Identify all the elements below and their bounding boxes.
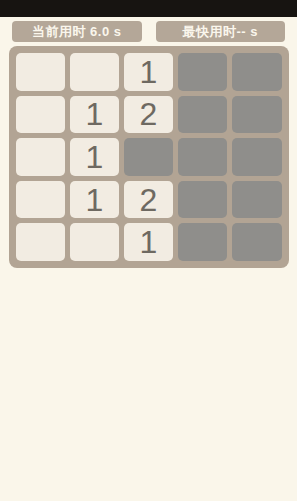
cell-r4c2: 1 xyxy=(70,181,119,219)
cell-r2c2: 1 xyxy=(70,96,119,134)
cell-r1c2 xyxy=(70,53,119,91)
cell-r1c1 xyxy=(16,53,65,91)
cell-r2c1 xyxy=(16,96,65,134)
cell-r3c2: 1 xyxy=(70,138,119,176)
cell-r1c5[interactable] xyxy=(232,53,281,91)
cell-r5c2 xyxy=(70,223,119,261)
cell-r5c3: 1 xyxy=(124,223,173,261)
cell-r2c4[interactable] xyxy=(178,96,227,134)
timer-hud: 当前用时 6.0 s 最快用时-- s xyxy=(0,21,297,42)
best-time-badge: 最快用时-- s xyxy=(156,21,286,42)
minesweeper-board: 1121121 xyxy=(9,46,289,268)
cell-r5c1 xyxy=(16,223,65,261)
cell-r3c5[interactable] xyxy=(232,138,281,176)
cell-r3c3[interactable] xyxy=(124,138,173,176)
cell-r5c4[interactable] xyxy=(178,223,227,261)
status-bar xyxy=(0,0,297,17)
cell-r1c4[interactable] xyxy=(178,53,227,91)
cell-r5c5[interactable] xyxy=(232,223,281,261)
cell-r4c5[interactable] xyxy=(232,181,281,219)
cell-r2c5[interactable] xyxy=(232,96,281,134)
cell-r3c4[interactable] xyxy=(178,138,227,176)
cell-r4c1 xyxy=(16,181,65,219)
current-time-badge: 当前用时 6.0 s xyxy=(12,21,142,42)
cell-r4c4[interactable] xyxy=(178,181,227,219)
cell-r1c3: 1 xyxy=(124,53,173,91)
cell-r3c1 xyxy=(16,138,65,176)
cell-r4c3: 2 xyxy=(124,181,173,219)
cell-r2c3: 2 xyxy=(124,96,173,134)
